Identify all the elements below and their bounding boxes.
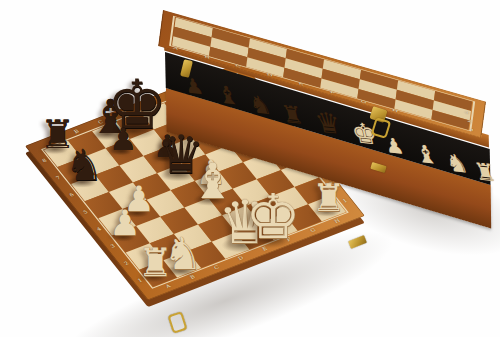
board-fold-hinge	[348, 235, 367, 249]
white-pawn-a3: ♟	[109, 206, 140, 241]
tray-piece-6: ♟	[383, 135, 406, 157]
lid-file-label-e: E	[298, 82, 304, 86]
lid-rank-label-1: 1	[470, 128, 475, 132]
lid-file-label-d: D	[266, 73, 272, 77]
white-king-e1: ♚	[245, 186, 301, 248]
black-knight-a6: ♞	[65, 144, 104, 187]
lid-file-label-f: F	[330, 91, 336, 95]
rank-label-left-4: 4	[96, 227, 103, 232]
rank-label-left-6: 6	[69, 192, 76, 197]
lid-file-label-c: C	[235, 64, 241, 68]
lid-file-label-h: H	[392, 109, 399, 113]
file-label-bottom-c: C	[213, 265, 220, 270]
rank-label-left-8: 8	[41, 158, 48, 163]
lid-file-label-a: A	[173, 46, 179, 50]
product-photo-chess-set: 1122334455667788AABBCCDDEEFFGGHH ♟♝♞♜♛♚♟…	[0, 0, 500, 337]
board-hasp-loop	[167, 311, 187, 334]
white-knight-b1: ♞	[163, 232, 202, 276]
rank-label-left-3: 3	[110, 244, 117, 249]
lid-file-label-b: B	[204, 55, 210, 59]
rank-label-left-2: 2	[123, 261, 130, 266]
white-rook-h1: ♜	[312, 179, 346, 217]
black-pawn-c7: ♟	[109, 124, 137, 155]
file-label-bottom-g: G	[309, 228, 316, 234]
lid-file-label-g: G	[361, 100, 367, 104]
tray-piece-0: ♟	[182, 76, 205, 98]
rank-label-left-7: 7	[55, 175, 62, 180]
rank-label-left-5: 5	[82, 210, 89, 215]
